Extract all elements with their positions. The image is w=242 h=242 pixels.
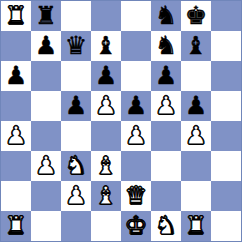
chess-board: ♜♜♞♚♟♛♝♞♝♟♟♟♟♟♟♟♟♟♟♟♟♞♝♟♝♛♜♚♞♜ [0,0,242,242]
square-a7[interactable] [1,31,31,61]
piece-white-bishop[interactable]: ♝ [95,153,117,178]
square-h3[interactable] [211,151,241,181]
piece-black-pawn[interactable]: ♟ [155,63,177,88]
square-c6[interactable] [61,61,91,91]
piece-white-king[interactable]: ♚ [125,213,147,238]
square-c3[interactable]: ♞ [61,151,91,181]
piece-white-rook[interactable]: ♜ [5,3,27,28]
square-d2[interactable]: ♝ [91,181,121,211]
piece-white-pawn[interactable]: ♟ [95,93,117,118]
square-e3[interactable] [121,151,151,181]
square-f2[interactable] [151,181,181,211]
square-b1[interactable] [31,211,61,241]
square-g1[interactable]: ♜ [181,211,211,241]
square-b2[interactable] [31,181,61,211]
square-a2[interactable] [1,181,31,211]
piece-white-queen[interactable]: ♛ [125,183,147,208]
square-b3[interactable]: ♟ [31,151,61,181]
square-f4[interactable] [151,121,181,151]
square-h8[interactable] [211,1,241,31]
square-g3[interactable] [181,151,211,181]
square-g8[interactable]: ♚ [181,1,211,31]
square-a5[interactable] [1,91,31,121]
square-g7[interactable]: ♝ [181,31,211,61]
piece-white-pawn[interactable]: ♟ [125,123,147,148]
square-d4[interactable] [91,121,121,151]
square-e8[interactable] [121,1,151,31]
square-a4[interactable]: ♟ [1,121,31,151]
piece-black-knight[interactable]: ♞ [155,3,177,28]
square-e7[interactable] [121,31,151,61]
square-h5[interactable] [211,91,241,121]
square-g4[interactable]: ♟ [181,121,211,151]
square-d1[interactable] [91,211,121,241]
square-f1[interactable]: ♞ [151,211,181,241]
square-d3[interactable]: ♝ [91,151,121,181]
square-h6[interactable] [211,61,241,91]
square-a1[interactable]: ♜ [1,211,31,241]
piece-white-bishop[interactable]: ♝ [95,183,117,208]
square-f3[interactable] [151,151,181,181]
square-b4[interactable] [31,121,61,151]
square-e4[interactable]: ♟ [121,121,151,151]
square-d5[interactable]: ♟ [91,91,121,121]
square-e1[interactable]: ♚ [121,211,151,241]
piece-black-queen[interactable]: ♛ [65,33,87,58]
piece-white-pawn[interactable]: ♟ [65,183,87,208]
square-h2[interactable] [211,181,241,211]
piece-white-pawn[interactable]: ♟ [185,123,207,148]
piece-black-pawn[interactable]: ♟ [5,63,27,88]
piece-black-knight[interactable]: ♞ [155,33,177,58]
square-c2[interactable]: ♟ [61,181,91,211]
square-d6[interactable]: ♟ [91,61,121,91]
square-b8[interactable]: ♜ [31,1,61,31]
piece-black-pawn[interactable]: ♟ [65,93,87,118]
square-g5[interactable]: ♟ [181,91,211,121]
piece-black-pawn[interactable]: ♟ [185,93,207,118]
square-e6[interactable] [121,61,151,91]
square-c1[interactable] [61,211,91,241]
square-e2[interactable]: ♛ [121,181,151,211]
square-f8[interactable]: ♞ [151,1,181,31]
piece-black-pawn[interactable]: ♟ [125,93,147,118]
square-g2[interactable] [181,181,211,211]
square-g6[interactable] [181,61,211,91]
square-b5[interactable] [31,91,61,121]
square-c8[interactable] [61,1,91,31]
piece-black-pawn[interactable]: ♟ [95,63,117,88]
piece-white-pawn[interactable]: ♟ [5,123,27,148]
piece-white-rook[interactable]: ♜ [185,213,207,238]
square-b6[interactable] [31,61,61,91]
piece-black-bishop[interactable]: ♝ [95,33,117,58]
piece-white-knight[interactable]: ♞ [65,153,87,178]
piece-white-pawn[interactable]: ♟ [35,153,57,178]
square-c4[interactable] [61,121,91,151]
square-e5[interactable]: ♟ [121,91,151,121]
square-f5[interactable]: ♟ [151,91,181,121]
square-a8[interactable]: ♜ [1,1,31,31]
piece-white-pawn[interactable]: ♟ [155,93,177,118]
piece-black-rook[interactable]: ♜ [35,3,57,28]
piece-black-pawn[interactable]: ♟ [35,33,57,58]
square-b7[interactable]: ♟ [31,31,61,61]
square-h4[interactable] [211,121,241,151]
square-f6[interactable]: ♟ [151,61,181,91]
square-a3[interactable] [1,151,31,181]
square-d7[interactable]: ♝ [91,31,121,61]
piece-black-king[interactable]: ♚ [185,3,207,28]
square-a6[interactable]: ♟ [1,61,31,91]
square-f7[interactable]: ♞ [151,31,181,61]
square-h7[interactable] [211,31,241,61]
piece-black-bishop[interactable]: ♝ [185,33,207,58]
square-c5[interactable]: ♟ [61,91,91,121]
square-h1[interactable] [211,211,241,241]
piece-white-rook[interactable]: ♜ [5,213,27,238]
piece-white-knight[interactable]: ♞ [155,213,177,238]
square-d8[interactable] [91,1,121,31]
square-c7[interactable]: ♛ [61,31,91,61]
